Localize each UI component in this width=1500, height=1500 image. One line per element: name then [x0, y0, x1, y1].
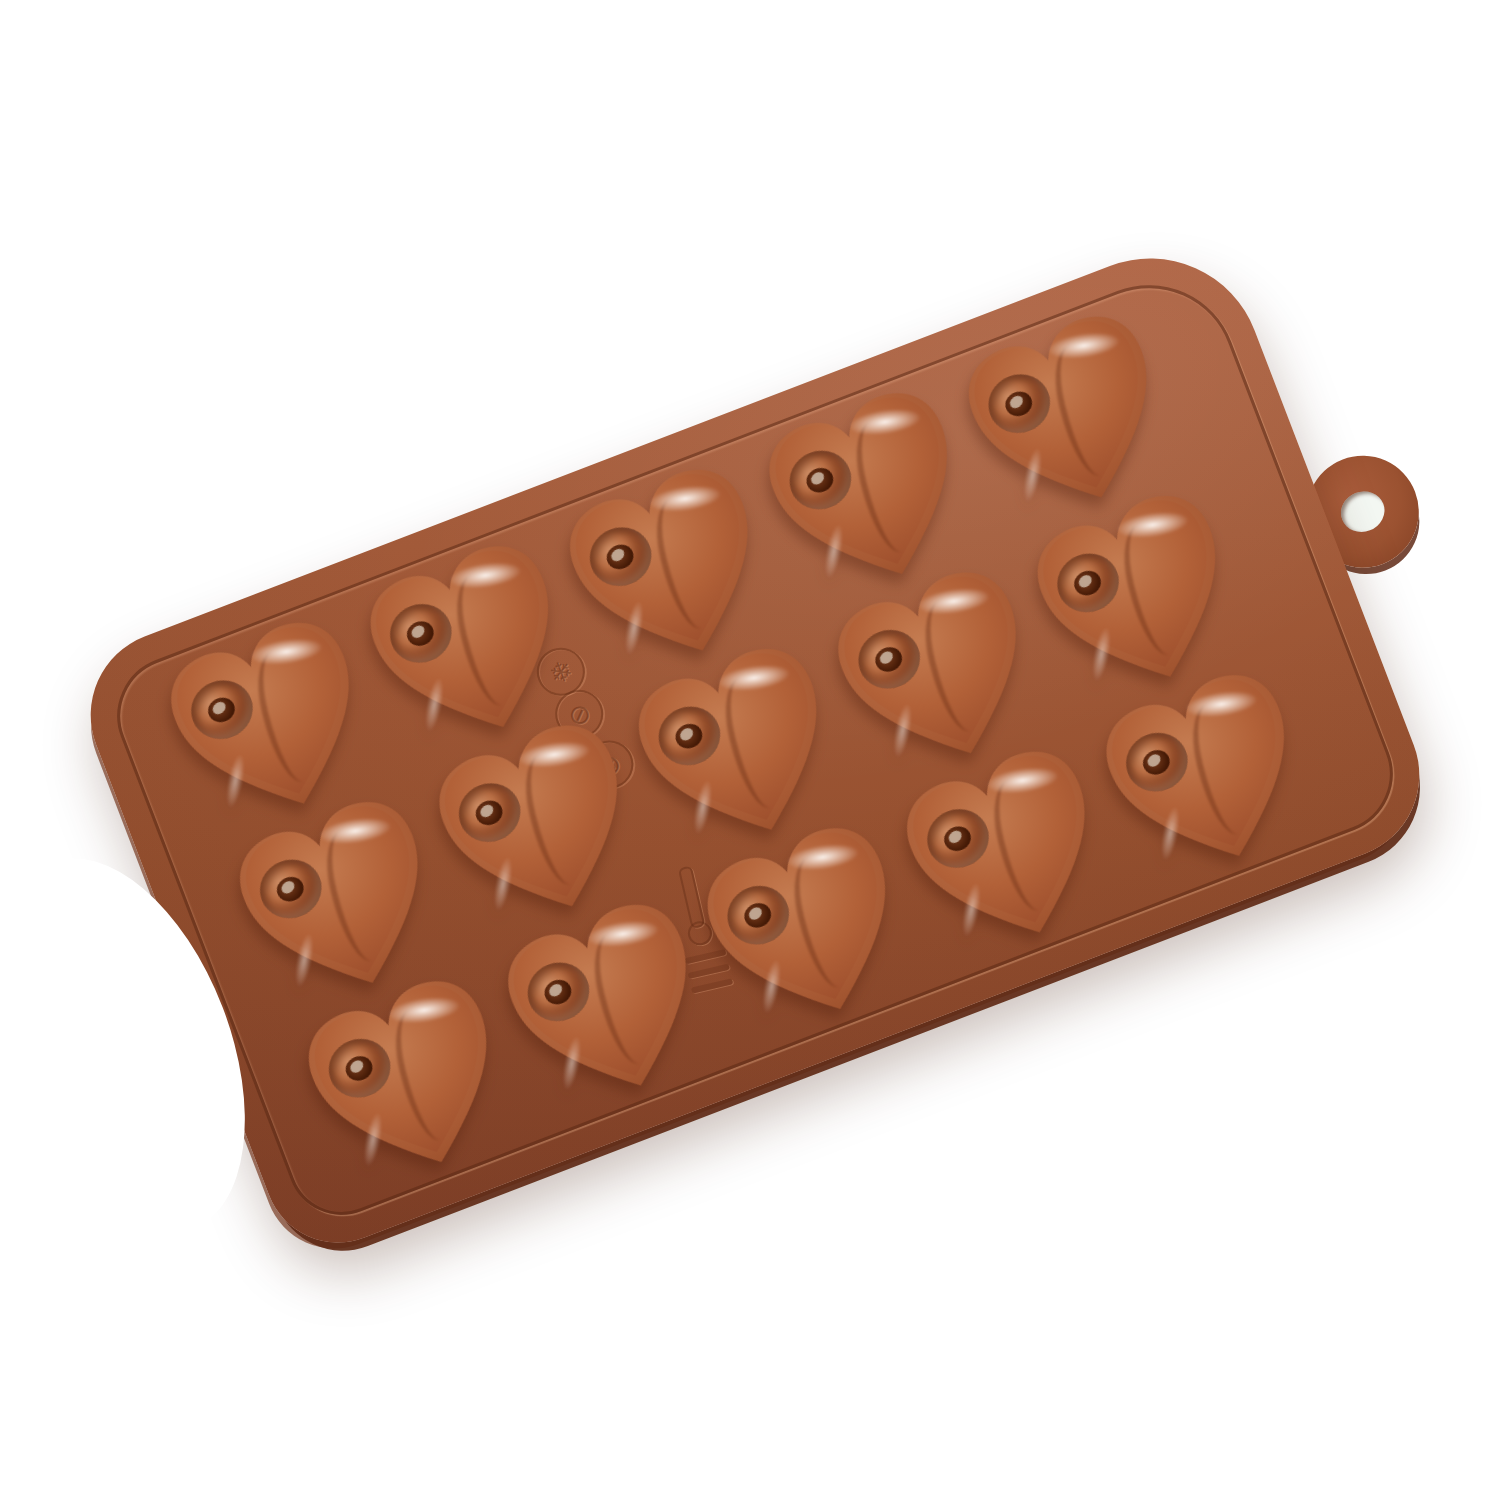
chocolate-mold: ❄ ⊘ ⊗	[66, 226, 1444, 1264]
hang-hole	[1335, 485, 1390, 538]
white-background: ❄ ⊘ ⊗	[0, 0, 1500, 1500]
